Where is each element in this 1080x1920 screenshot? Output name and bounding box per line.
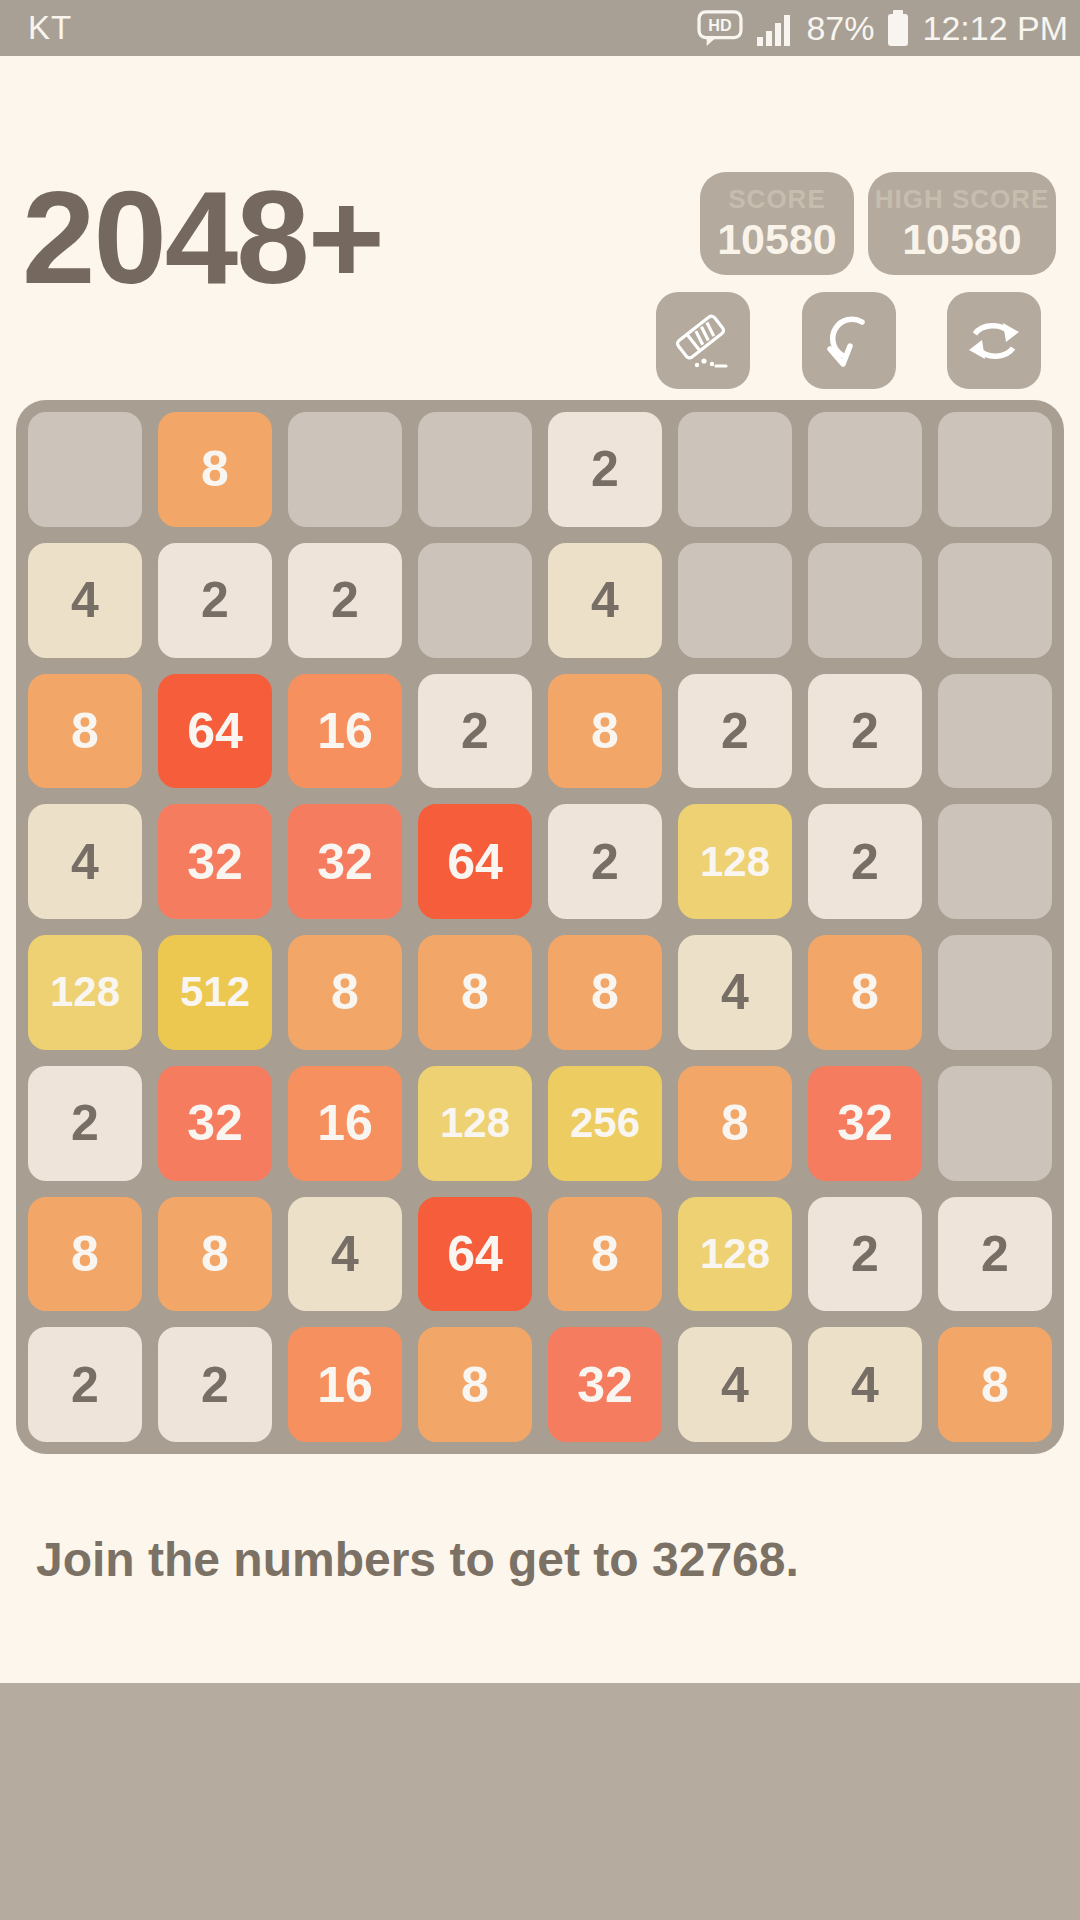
tile-8: 8: [158, 1197, 272, 1312]
restart-icon: [962, 309, 1026, 373]
tile-2: 2: [808, 1197, 922, 1312]
hd-voice-icon: HD: [696, 8, 744, 48]
score-value: 10580: [717, 215, 837, 264]
tile-8: 8: [548, 935, 662, 1050]
app-screen: KT HD 87% 12:12 PM 2048+ SCORE 1: [0, 0, 1080, 1920]
tile-8: 8: [548, 674, 662, 789]
app-title: 2048+: [22, 172, 383, 304]
tile-8: 8: [938, 1327, 1052, 1442]
tile-32: 32: [158, 804, 272, 919]
tile-4: 4: [288, 1197, 402, 1312]
tile-2: 2: [158, 543, 272, 658]
tile-4: 4: [28, 804, 142, 919]
tile-8: 8: [158, 412, 272, 527]
tile-256: 256: [548, 1066, 662, 1181]
bottom-bar: [0, 1683, 1080, 1920]
tile-2: 2: [938, 1197, 1052, 1312]
tile-8: 8: [418, 1327, 532, 1442]
goal-text: Join the numbers to get to 32768.: [36, 1532, 799, 1587]
signal-strength-icon: [757, 10, 793, 46]
tile-32: 32: [548, 1327, 662, 1442]
empty-cell: [678, 543, 792, 658]
board-grid[interactable]: 8242248641628224323264212821285128884823…: [16, 400, 1064, 1454]
tile-2: 2: [158, 1327, 272, 1442]
tile-64: 64: [418, 804, 532, 919]
tile-2: 2: [418, 674, 532, 789]
svg-text:HD: HD: [709, 16, 733, 34]
empty-cell: [808, 543, 922, 658]
tile-8: 8: [418, 935, 532, 1050]
tile-8: 8: [288, 935, 402, 1050]
tile-128: 128: [678, 1197, 792, 1312]
restart-button[interactable]: [947, 292, 1041, 389]
tile-2: 2: [28, 1066, 142, 1181]
tile-32: 32: [808, 1066, 922, 1181]
eraser-icon: [671, 309, 735, 373]
clock: 12:12 PM: [922, 9, 1068, 48]
tile-128: 128: [678, 804, 792, 919]
empty-cell: [938, 804, 1052, 919]
tile-4: 4: [548, 543, 662, 658]
tile-2: 2: [808, 674, 922, 789]
tile-2: 2: [678, 674, 792, 789]
tile-8: 8: [808, 935, 922, 1050]
undo-arrow-icon: [817, 309, 881, 373]
score-label: SCORE: [728, 184, 825, 215]
empty-cell: [938, 412, 1052, 527]
high-score-label: HIGH SCORE: [875, 184, 1050, 215]
tile-128: 128: [418, 1066, 532, 1181]
empty-cell: [418, 543, 532, 658]
empty-cell: [938, 935, 1052, 1050]
tile-2: 2: [548, 412, 662, 527]
tile-8: 8: [678, 1066, 792, 1181]
tile-32: 32: [288, 804, 402, 919]
tile-16: 16: [288, 1066, 402, 1181]
tile-8: 8: [28, 1197, 142, 1312]
empty-cell: [808, 412, 922, 527]
tile-8: 8: [548, 1197, 662, 1312]
empty-cell: [28, 412, 142, 527]
carrier-label: KT: [28, 9, 72, 47]
score-box: SCORE 10580: [700, 172, 854, 275]
empty-cell: [418, 412, 532, 527]
tile-2: 2: [28, 1327, 142, 1442]
tile-4: 4: [678, 935, 792, 1050]
status-bar-right: HD 87% 12:12 PM: [696, 8, 1068, 48]
empty-cell: [288, 412, 402, 527]
empty-cell: [678, 412, 792, 527]
empty-cell: [938, 674, 1052, 789]
tile-16: 16: [288, 674, 402, 789]
tile-4: 4: [808, 1327, 922, 1442]
tile-128: 128: [28, 935, 142, 1050]
tile-64: 64: [158, 674, 272, 789]
tile-16: 16: [288, 1327, 402, 1442]
undo-button[interactable]: [802, 292, 896, 389]
battery-percent: 87%: [806, 9, 874, 48]
empty-cell: [938, 1066, 1052, 1181]
tile-2: 2: [548, 804, 662, 919]
tile-4: 4: [678, 1327, 792, 1442]
tile-4: 4: [28, 543, 142, 658]
eraser-button[interactable]: [656, 292, 750, 389]
tile-2: 2: [288, 543, 402, 658]
battery-icon: [887, 9, 909, 47]
high-score-box: HIGH SCORE 10580: [868, 172, 1056, 275]
tile-8: 8: [28, 674, 142, 789]
status-bar: KT HD 87% 12:12 PM: [0, 0, 1080, 56]
empty-cell: [938, 543, 1052, 658]
tile-512: 512: [158, 935, 272, 1050]
tile-2: 2: [808, 804, 922, 919]
tile-64: 64: [418, 1197, 532, 1312]
tile-32: 32: [158, 1066, 272, 1181]
high-score-value: 10580: [902, 215, 1022, 264]
